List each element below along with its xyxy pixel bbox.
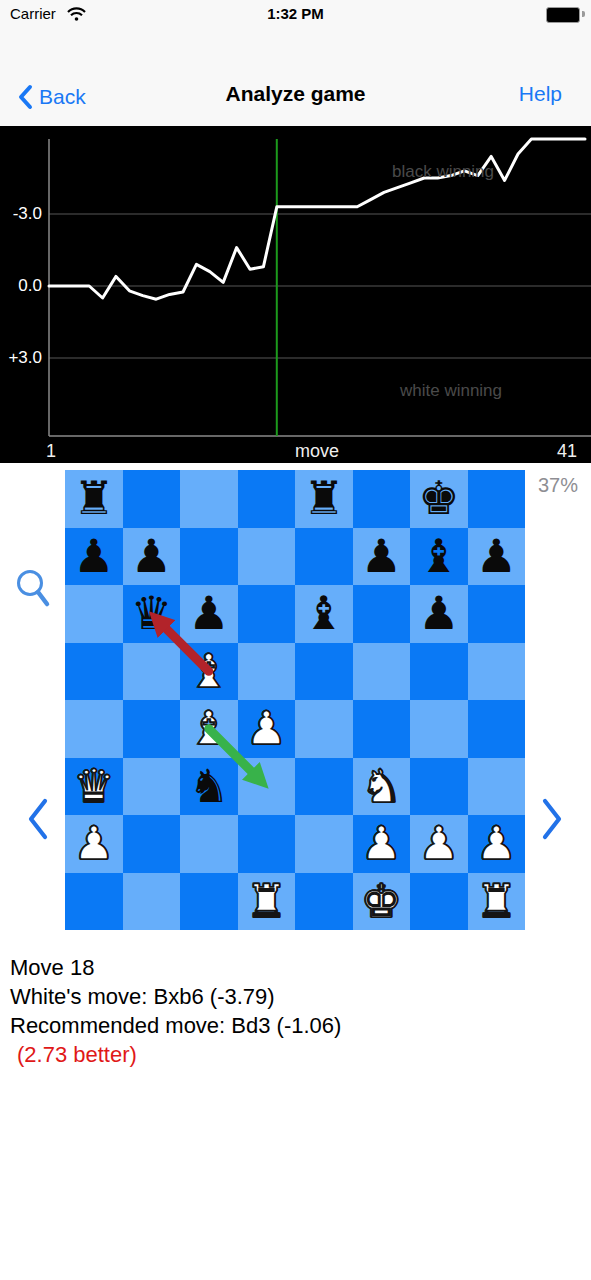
square-c1[interactable] bbox=[180, 873, 238, 931]
square-h8[interactable] bbox=[468, 470, 526, 528]
square-f5[interactable] bbox=[353, 643, 411, 701]
black-bishop: ♝ bbox=[303, 585, 344, 643]
black-winning-label: black winning bbox=[392, 162, 494, 182]
square-d8[interactable] bbox=[238, 470, 296, 528]
square-e3[interactable] bbox=[295, 758, 353, 816]
black-bishop: ♝ bbox=[418, 528, 459, 586]
black-rook: ♜ bbox=[73, 470, 114, 528]
move-info: Move 18 White's move: Bxb6 (-3.79) Recom… bbox=[10, 953, 341, 1069]
white-pawn: ♟ bbox=[418, 815, 459, 873]
ytick-plus3: +3.0 bbox=[0, 348, 42, 368]
battery-icon bbox=[546, 7, 580, 23]
square-g3[interactable] bbox=[410, 758, 468, 816]
xtick-last-move: 41 bbox=[557, 441, 577, 462]
page-title: Analyze game bbox=[0, 82, 591, 106]
square-c2[interactable] bbox=[180, 815, 238, 873]
square-e7[interactable] bbox=[295, 528, 353, 586]
square-d3[interactable] bbox=[238, 758, 296, 816]
x-axis-label: move bbox=[295, 441, 339, 462]
square-f2[interactable]: ♟ bbox=[353, 815, 411, 873]
white-move-label: White's move: Bxb6 (-3.79) bbox=[10, 982, 341, 1011]
square-g6[interactable]: ♟ bbox=[410, 585, 468, 643]
move-number-label: Move 18 bbox=[10, 953, 341, 982]
square-d6[interactable] bbox=[238, 585, 296, 643]
white-pawn: ♟ bbox=[476, 815, 517, 873]
white-knight: ♞ bbox=[361, 758, 402, 816]
black-king: ♚ bbox=[418, 470, 459, 528]
black-pawn: ♟ bbox=[476, 528, 517, 586]
eval-line-plot bbox=[0, 126, 591, 463]
square-a3[interactable]: ♛ bbox=[65, 758, 123, 816]
chess-board[interactable]: ♜♜♚♟♟♟♝♟♛♟♝♟♝♝♟♛♞♞♟♟♟♟♜♚♜ bbox=[65, 470, 525, 930]
zoom-board-icon[interactable] bbox=[13, 567, 53, 621]
white-pawn: ♟ bbox=[246, 700, 287, 758]
square-b3[interactable] bbox=[123, 758, 181, 816]
progress-label: 37% bbox=[538, 474, 578, 497]
square-h4[interactable] bbox=[468, 700, 526, 758]
square-f4[interactable] bbox=[353, 700, 411, 758]
square-h2[interactable]: ♟ bbox=[468, 815, 526, 873]
square-c8[interactable] bbox=[180, 470, 238, 528]
square-a5[interactable] bbox=[65, 643, 123, 701]
white-bishop: ♝ bbox=[188, 643, 229, 701]
white-king: ♚ bbox=[361, 873, 402, 931]
square-d7[interactable] bbox=[238, 528, 296, 586]
square-c4[interactable]: ♝ bbox=[180, 700, 238, 758]
app-screen: Carrier 1:32 PM Back Analyze game Help -… bbox=[0, 0, 591, 1280]
square-g2[interactable]: ♟ bbox=[410, 815, 468, 873]
square-c6[interactable]: ♟ bbox=[180, 585, 238, 643]
square-e6[interactable]: ♝ bbox=[295, 585, 353, 643]
white-queen: ♛ bbox=[73, 758, 114, 816]
black-pawn: ♟ bbox=[131, 528, 172, 586]
square-f7[interactable]: ♟ bbox=[353, 528, 411, 586]
black-pawn: ♟ bbox=[418, 585, 459, 643]
square-c7[interactable] bbox=[180, 528, 238, 586]
square-b4[interactable] bbox=[123, 700, 181, 758]
prev-move-button[interactable] bbox=[26, 797, 50, 841]
square-e1[interactable] bbox=[295, 873, 353, 931]
square-b7[interactable]: ♟ bbox=[123, 528, 181, 586]
square-a1[interactable] bbox=[65, 873, 123, 931]
square-e5[interactable] bbox=[295, 643, 353, 701]
xtick-first-move: 1 bbox=[46, 441, 56, 462]
square-a7[interactable]: ♟ bbox=[65, 528, 123, 586]
square-b5[interactable] bbox=[123, 643, 181, 701]
clock-label: 1:32 PM bbox=[0, 5, 591, 22]
black-pawn: ♟ bbox=[73, 528, 114, 586]
square-g5[interactable] bbox=[410, 643, 468, 701]
ytick-zero: 0.0 bbox=[0, 276, 42, 296]
black-rook: ♜ bbox=[303, 470, 344, 528]
square-f6[interactable] bbox=[353, 585, 411, 643]
white-rook: ♜ bbox=[246, 873, 287, 931]
next-move-button[interactable] bbox=[540, 797, 564, 841]
square-h6[interactable] bbox=[468, 585, 526, 643]
square-e4[interactable] bbox=[295, 700, 353, 758]
square-h7[interactable]: ♟ bbox=[468, 528, 526, 586]
status-bar: Carrier 1:32 PM bbox=[0, 0, 591, 28]
white-pawn: ♟ bbox=[361, 815, 402, 873]
square-c5[interactable]: ♝ bbox=[180, 643, 238, 701]
help-button[interactable]: Help bbox=[519, 82, 562, 106]
square-h5[interactable] bbox=[468, 643, 526, 701]
square-f1[interactable]: ♚ bbox=[353, 873, 411, 931]
square-e2[interactable] bbox=[295, 815, 353, 873]
square-f3[interactable]: ♞ bbox=[353, 758, 411, 816]
white-pawn: ♟ bbox=[73, 815, 114, 873]
battery-cap-icon bbox=[582, 11, 585, 17]
square-e8[interactable]: ♜ bbox=[295, 470, 353, 528]
square-d1[interactable]: ♜ bbox=[238, 873, 296, 931]
square-d5[interactable] bbox=[238, 643, 296, 701]
square-g1[interactable] bbox=[410, 873, 468, 931]
square-b2[interactable] bbox=[123, 815, 181, 873]
square-b6[interactable]: ♛ bbox=[123, 585, 181, 643]
navigation-bar: Back Analyze game Help bbox=[0, 28, 591, 126]
white-bishop: ♝ bbox=[188, 700, 229, 758]
eval-chart[interactable]: -3.0 0.0 +3.0 black winning white winnin… bbox=[0, 126, 591, 463]
square-h1[interactable]: ♜ bbox=[468, 873, 526, 931]
square-c3[interactable]: ♞ bbox=[180, 758, 238, 816]
square-b8[interactable] bbox=[123, 470, 181, 528]
square-g4[interactable] bbox=[410, 700, 468, 758]
square-f8[interactable] bbox=[353, 470, 411, 528]
ytick-minus3: -3.0 bbox=[0, 204, 42, 224]
eval-delta-label: (2.73 better) bbox=[10, 1040, 341, 1069]
black-queen: ♛ bbox=[131, 585, 172, 643]
square-a6[interactable] bbox=[65, 585, 123, 643]
square-d2[interactable] bbox=[238, 815, 296, 873]
square-a8[interactable]: ♜ bbox=[65, 470, 123, 528]
square-d4[interactable]: ♟ bbox=[238, 700, 296, 758]
black-pawn: ♟ bbox=[188, 585, 229, 643]
square-h3[interactable] bbox=[468, 758, 526, 816]
square-g7[interactable]: ♝ bbox=[410, 528, 468, 586]
white-winning-label: white winning bbox=[400, 381, 502, 401]
square-a4[interactable] bbox=[65, 700, 123, 758]
square-a2[interactable]: ♟ bbox=[65, 815, 123, 873]
square-g8[interactable]: ♚ bbox=[410, 470, 468, 528]
black-knight: ♞ bbox=[188, 758, 229, 816]
black-pawn: ♟ bbox=[361, 528, 402, 586]
white-rook: ♜ bbox=[476, 873, 517, 931]
recommended-move-label: Recommended move: Bd3 (-1.06) bbox=[10, 1011, 341, 1040]
square-b1[interactable] bbox=[123, 873, 181, 931]
